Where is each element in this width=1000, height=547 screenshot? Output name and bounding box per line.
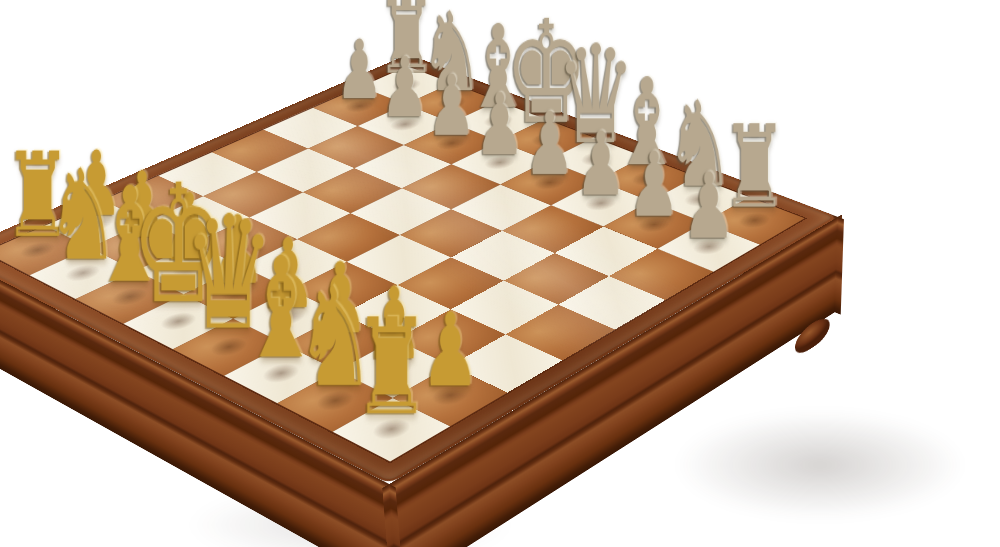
piece-pewter-pawn: ♟ xyxy=(628,139,681,229)
piece-pewter-pawn: ♟ xyxy=(575,120,627,209)
piece-pewter-pawn: ♟ xyxy=(381,46,429,129)
piece-pewter-pawn: ♟ xyxy=(475,81,525,167)
case-bun-foot xyxy=(795,312,830,359)
product-photo-scene: ♜♟♟♜♞♟♟♞♝♟♟♝♚♟♟♚♛♟♟♛♝♟♟♝♞♟♟♞♜♟♟♜ xyxy=(0,0,1000,547)
piece-pewter-pawn: ♟ xyxy=(682,160,735,252)
piece-pewter-pawn: ♟ xyxy=(336,29,384,111)
piece-gold-rook: ♜ xyxy=(353,302,431,435)
piece-pewter-pawn: ♟ xyxy=(427,63,476,147)
piece-pewter-pawn: ♟ xyxy=(524,100,575,187)
